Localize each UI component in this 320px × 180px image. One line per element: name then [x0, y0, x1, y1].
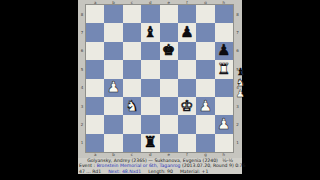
material-balance: Material: +1 [180, 169, 208, 174]
coord-label: 3 [78, 97, 86, 115]
square-f3[interactable]: ♚ [178, 97, 196, 115]
coord-label: 6 [233, 42, 242, 60]
square-a6[interactable] [86, 42, 104, 60]
square-d3[interactable] [141, 97, 159, 115]
material-difference-tray: ♝♞♟ [234, 66, 247, 99]
square-g1[interactable] [196, 134, 214, 152]
coord-label: 2 [233, 115, 242, 133]
white-knight-icon: ♞ [234, 77, 247, 88]
next-move[interactable]: Next: 48.Nxd1 [108, 169, 141, 174]
square-c3[interactable]: ♞ [123, 97, 141, 115]
square-h8[interactable] [215, 5, 233, 23]
square-e1[interactable] [160, 134, 178, 152]
square-g4[interactable] [196, 79, 214, 97]
coord-label: 1 [233, 134, 242, 152]
coord-label: 3 [233, 97, 242, 115]
square-c4[interactable] [123, 79, 141, 97]
square-b5[interactable] [104, 60, 122, 78]
square-g6[interactable] [196, 42, 214, 60]
square-e6[interactable]: ♚ [160, 42, 178, 60]
game-info-caption: Golyansky, Andrey (2365) — Sukhanova, Ev… [78, 158, 242, 174]
white-pawn: ♟ [107, 80, 120, 95]
square-g8[interactable] [196, 5, 214, 23]
game-result: ½-½ [222, 158, 233, 163]
square-g5[interactable] [196, 60, 214, 78]
square-d6[interactable] [141, 42, 159, 60]
chess-gui-panel: abcdefgh 87654321 ♝♟♚♟♜♟♞♚♟♟♜ 87654321 a… [78, 0, 242, 174]
event-link[interactable]: Bronstein Memorial or 6th, Taganrog [97, 163, 181, 168]
black-pawn: ♟ [217, 43, 230, 58]
square-f5[interactable] [178, 60, 196, 78]
video-frame: abcdefgh 87654321 ♝♟♚♟♜♟♞♚♟♟♜ 87654321 a… [0, 0, 320, 180]
players-separator: — [148, 158, 153, 163]
square-h1[interactable] [215, 134, 233, 152]
square-h5[interactable]: ♜ [215, 60, 233, 78]
white-king: ♚ [180, 99, 193, 114]
square-f6[interactable] [178, 42, 196, 60]
square-c5[interactable] [123, 60, 141, 78]
square-d5[interactable] [141, 60, 159, 78]
move-status-line: 47 ... Rd1 Next: 48.Nxd1 Length: 90 Mate… [78, 169, 242, 174]
square-c2[interactable] [123, 115, 141, 133]
last-move: 47 ... Rd1 [79, 169, 101, 174]
event-label: Event : [79, 163, 97, 168]
square-h4[interactable] [215, 79, 233, 97]
square-g3[interactable]: ♟ [196, 97, 214, 115]
square-b8[interactable] [104, 5, 122, 23]
square-f4[interactable] [178, 79, 196, 97]
coord-label: 1 [78, 134, 86, 152]
square-a5[interactable] [86, 60, 104, 78]
square-d8[interactable] [141, 5, 159, 23]
square-e5[interactable] [160, 60, 178, 78]
square-f2[interactable] [178, 115, 196, 133]
game-length: Length: 90 [148, 169, 173, 174]
square-a2[interactable] [86, 115, 104, 133]
square-g2[interactable] [196, 115, 214, 133]
square-b7[interactable] [104, 23, 122, 41]
square-g7[interactable] [196, 23, 214, 41]
square-c6[interactable] [123, 42, 141, 60]
square-a7[interactable] [86, 23, 104, 41]
square-e7[interactable] [160, 23, 178, 41]
square-b4[interactable]: ♟ [104, 79, 122, 97]
black-player-name: Sukhanova, Evgenia (2240) [154, 158, 218, 163]
square-b3[interactable] [104, 97, 122, 115]
square-d2[interactable] [141, 115, 159, 133]
rank-labels-left: 87654321 [78, 5, 86, 152]
square-h2[interactable]: ♟ [215, 115, 233, 133]
white-player-name: Golyansky, Andrey (2365) [87, 158, 147, 163]
square-b1[interactable] [104, 134, 122, 152]
black-rook: ♜ [144, 135, 157, 150]
coord-label: 7 [233, 23, 242, 41]
black-bishop-icon: ♝ [234, 66, 247, 77]
coord-label: 4 [78, 79, 86, 97]
square-d4[interactable] [141, 79, 159, 97]
black-bishop: ♝ [144, 25, 157, 40]
square-e8[interactable] [160, 5, 178, 23]
event-details: (2013.07.20, Round 9) 0:76 [181, 163, 246, 168]
white-rook: ♜ [217, 62, 230, 77]
square-b6[interactable] [104, 42, 122, 60]
white-pawn: ♟ [199, 99, 212, 114]
square-f8[interactable] [178, 5, 196, 23]
square-a3[interactable] [86, 97, 104, 115]
square-e4[interactable] [160, 79, 178, 97]
square-a4[interactable] [86, 79, 104, 97]
square-e3[interactable] [160, 97, 178, 115]
square-c7[interactable] [123, 23, 141, 41]
square-d7[interactable]: ♝ [141, 23, 159, 41]
white-pawn-icon: ♟ [234, 88, 247, 99]
square-e2[interactable] [160, 115, 178, 133]
black-pawn: ♟ [180, 25, 193, 40]
chess-board: ♝♟♚♟♜♟♞♚♟♟♜ [86, 5, 233, 152]
square-d1[interactable]: ♜ [141, 134, 159, 152]
square-h6[interactable]: ♟ [215, 42, 233, 60]
white-pawn: ♟ [217, 117, 230, 132]
coord-label: 5 [78, 60, 86, 78]
square-b2[interactable] [104, 115, 122, 133]
white-knight: ♞ [125, 99, 138, 114]
square-f7[interactable]: ♟ [178, 23, 196, 41]
square-h3[interactable] [215, 97, 233, 115]
square-c1[interactable] [123, 134, 141, 152]
coord-label: 8 [78, 5, 86, 23]
black-king: ♚ [162, 43, 175, 58]
coord-label: 8 [233, 5, 242, 23]
square-f1[interactable] [178, 134, 196, 152]
square-c8[interactable] [123, 5, 141, 23]
coord-label: 7 [78, 23, 86, 41]
coord-label: 2 [78, 115, 86, 133]
coord-label: 6 [78, 42, 86, 60]
square-a1[interactable] [86, 134, 104, 152]
square-a8[interactable] [86, 5, 104, 23]
square-h7[interactable] [215, 23, 233, 41]
